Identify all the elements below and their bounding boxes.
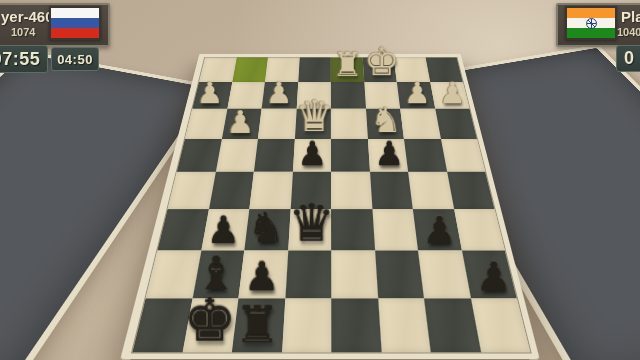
square-r3c3[interactable]: ♟ (292, 139, 331, 172)
black-pawn-piece[interactable]: ♟ (239, 256, 285, 296)
square-r2c7[interactable] (435, 109, 477, 139)
square-r7c2[interactable]: ♜ (232, 298, 285, 352)
white-pawn-piece[interactable]: ♟ (435, 78, 470, 108)
square-r5c7[interactable] (454, 209, 505, 251)
square-r0c4[interactable]: ♜ (331, 58, 364, 82)
square-r1c7[interactable]: ♟ (430, 82, 470, 109)
square-r7c7[interactable] (470, 298, 530, 352)
square-r5c3[interactable]: ♛ (288, 209, 331, 251)
white-pawn-piece[interactable]: ♟ (400, 78, 435, 108)
white-pawn-piece[interactable]: ♟ (193, 78, 228, 108)
player-name-right: Pla (621, 8, 640, 25)
white-knight-piece[interactable]: ♞ (367, 102, 403, 137)
white-queen-piece[interactable]: ♛ (295, 94, 331, 138)
black-pawn-piece[interactable]: ♟ (293, 137, 331, 170)
square-r7c1[interactable]: ♚ (182, 298, 238, 352)
square-r7c3[interactable] (282, 298, 332, 352)
square-r4c5[interactable] (370, 172, 413, 209)
square-r2c2[interactable] (258, 109, 296, 139)
square-r1c4[interactable] (331, 82, 366, 109)
ashoka-chakra-icon (586, 18, 597, 29)
square-r5c1[interactable]: ♟ (201, 209, 250, 251)
square-r4c0[interactable] (168, 172, 216, 209)
black-king-piece[interactable]: ♚ (183, 291, 233, 350)
square-r5c6[interactable]: ♟ (413, 209, 462, 251)
square-r2c1[interactable]: ♟ (221, 109, 261, 139)
square-r2c0[interactable] (185, 109, 227, 139)
chess-board[interactable]: ♜♚♟♟♟♟♟♛♞♟♟♟♞♛♟♝♟♟♚♜ (131, 57, 532, 353)
clock-left-secondary: 04:50 (51, 47, 99, 71)
player-rating-right: 1040 (617, 26, 640, 38)
square-r6c2[interactable]: ♟ (238, 251, 287, 298)
black-rook-piece[interactable]: ♜ (232, 300, 282, 350)
square-r1c2[interactable]: ♟ (262, 82, 298, 109)
white-rook-piece[interactable]: ♜ (331, 48, 364, 81)
square-r5c4[interactable] (331, 209, 374, 251)
clock-right-main: 0 (616, 45, 640, 72)
square-r7c4[interactable] (331, 298, 381, 352)
india-flag-icon (565, 6, 617, 40)
square-r3c5[interactable]: ♟ (367, 139, 408, 172)
square-r7c5[interactable] (378, 298, 431, 352)
clock-left-main: 07:55 (0, 45, 48, 73)
white-pawn-piece[interactable]: ♟ (222, 106, 258, 137)
player-rating-left: 1074 (11, 26, 35, 38)
square-r4c4[interactable] (331, 172, 372, 209)
black-pawn-piece[interactable]: ♟ (470, 256, 516, 296)
russia-flag-icon (49, 6, 101, 40)
square-r6c3[interactable] (285, 251, 331, 298)
black-queen-piece[interactable]: ♛ (288, 197, 331, 249)
square-r6c7[interactable]: ♟ (461, 251, 516, 298)
square-r3c2[interactable] (254, 139, 295, 172)
square-r2c4[interactable] (331, 109, 368, 139)
square-r5c2[interactable]: ♞ (244, 209, 290, 251)
player-name-left: yer-460 (1, 8, 54, 25)
square-r6c4[interactable] (331, 251, 377, 298)
black-pawn-piece[interactable]: ♟ (201, 212, 244, 249)
square-r0c5[interactable]: ♚ (362, 58, 397, 82)
square-r3c4[interactable] (331, 139, 370, 172)
square-r5c5[interactable] (372, 209, 418, 251)
square-r3c7[interactable] (440, 139, 485, 172)
white-pawn-piece[interactable]: ♟ (262, 78, 297, 108)
black-pawn-piece[interactable]: ♟ (369, 137, 407, 170)
white-king-piece[interactable]: ♚ (364, 42, 397, 81)
black-knight-piece[interactable]: ♞ (244, 207, 287, 249)
square-r3c1[interactable] (215, 139, 258, 172)
square-r6c5[interactable] (375, 251, 424, 298)
square-r0c3[interactable] (298, 58, 331, 82)
square-r2c6[interactable] (400, 109, 440, 139)
square-r4c7[interactable] (447, 172, 495, 209)
square-r3c6[interactable] (404, 139, 447, 172)
captured-white-bishop: ♝ (0, 118, 2, 360)
square-r3c0[interactable] (177, 139, 222, 172)
black-pawn-piece[interactable]: ♟ (418, 212, 461, 249)
